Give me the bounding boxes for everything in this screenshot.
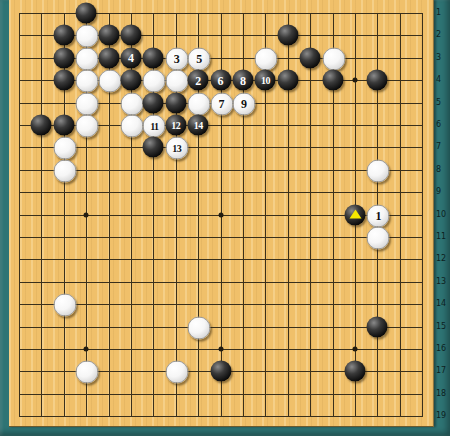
black-stone bbox=[98, 25, 119, 46]
black-stone bbox=[210, 361, 231, 382]
black-stone bbox=[165, 92, 186, 113]
white-stone bbox=[76, 70, 99, 93]
white-stone bbox=[53, 159, 76, 182]
move-number-label: 10 bbox=[261, 75, 270, 85]
row-coordinate-label: 16 bbox=[436, 345, 450, 353]
black-stone bbox=[121, 25, 142, 46]
black-stone bbox=[143, 92, 164, 113]
white-stone bbox=[76, 361, 99, 384]
black-stone bbox=[300, 47, 321, 68]
white-stone bbox=[367, 227, 390, 250]
black-stone bbox=[143, 47, 164, 68]
black-stone bbox=[53, 70, 74, 91]
black-stone: 12 bbox=[165, 115, 186, 136]
move-number-label: 14 bbox=[194, 120, 203, 130]
black-stone bbox=[143, 137, 164, 158]
white-stone bbox=[255, 47, 278, 70]
white-stone bbox=[367, 159, 390, 182]
black-stone bbox=[98, 47, 119, 68]
white-stone bbox=[188, 316, 211, 339]
white-stone: 5 bbox=[188, 47, 211, 70]
black-stone: 10 bbox=[255, 70, 276, 91]
black-stone bbox=[277, 70, 298, 91]
row-coordinate-label: 14 bbox=[436, 300, 450, 308]
move-number-label: 7 bbox=[219, 98, 225, 110]
black-stone bbox=[345, 361, 366, 382]
row-coordinates: 12345678910111213141516171819 bbox=[436, 0, 450, 426]
black-stone bbox=[367, 316, 388, 337]
white-stone bbox=[76, 92, 99, 115]
star-point bbox=[353, 78, 358, 83]
white-stone bbox=[165, 70, 188, 93]
white-stone: 1 bbox=[367, 204, 390, 227]
white-stone bbox=[76, 47, 99, 70]
white-stone: 13 bbox=[165, 137, 188, 160]
row-coordinate-label: 3 bbox=[436, 54, 450, 62]
black-stone: 8 bbox=[233, 70, 254, 91]
white-stone bbox=[121, 115, 144, 138]
row-coordinate-label: 2 bbox=[436, 31, 450, 39]
row-coordinate-label: 1 bbox=[436, 9, 450, 17]
black-stone: 14 bbox=[188, 115, 209, 136]
white-stone bbox=[98, 70, 121, 93]
star-point bbox=[218, 212, 223, 217]
black-stone bbox=[121, 70, 142, 91]
move-number-label: 3 bbox=[174, 53, 180, 65]
move-number-label: 12 bbox=[171, 120, 180, 130]
white-stone bbox=[121, 92, 144, 115]
black-stone bbox=[76, 3, 97, 24]
goban[interactable]: 4352681079111214131 bbox=[9, 0, 434, 427]
move-number-label: 13 bbox=[172, 143, 181, 153]
star-point bbox=[84, 212, 89, 217]
white-stone bbox=[165, 361, 188, 384]
row-coordinate-label: 8 bbox=[436, 166, 450, 174]
white-stone: 3 bbox=[165, 47, 188, 70]
row-coordinate-label: 4 bbox=[436, 76, 450, 84]
star-point bbox=[84, 347, 89, 352]
white-stone: 11 bbox=[143, 115, 166, 138]
white-stone bbox=[53, 137, 76, 160]
row-coordinate-label: 17 bbox=[436, 367, 450, 375]
black-stone: 4 bbox=[121, 47, 142, 68]
row-coordinate-label: 6 bbox=[436, 121, 450, 129]
move-number-label: 6 bbox=[218, 74, 224, 86]
black-stone bbox=[53, 115, 74, 136]
row-coordinate-label: 13 bbox=[436, 278, 450, 286]
row-coordinate-label: 7 bbox=[436, 143, 450, 151]
row-coordinate-label: 15 bbox=[436, 323, 450, 331]
move-number-label: 8 bbox=[240, 74, 246, 86]
black-stone bbox=[31, 115, 52, 136]
triangle-marker-icon bbox=[349, 210, 361, 219]
row-coordinate-label: 12 bbox=[436, 255, 450, 263]
black-stone bbox=[345, 204, 366, 225]
white-stone: 9 bbox=[233, 92, 256, 115]
white-stone bbox=[53, 294, 76, 317]
white-stone bbox=[143, 70, 166, 93]
move-number-label: 4 bbox=[128, 52, 134, 64]
black-stone bbox=[277, 25, 298, 46]
black-stone bbox=[367, 70, 388, 91]
row-coordinate-label: 11 bbox=[436, 233, 450, 241]
white-stone: 7 bbox=[210, 92, 233, 115]
star-point bbox=[218, 347, 223, 352]
white-stone bbox=[188, 92, 211, 115]
move-number-label: 11 bbox=[150, 121, 158, 131]
white-stone bbox=[76, 25, 99, 48]
row-coordinate-label: 5 bbox=[436, 99, 450, 107]
row-coordinate-label: 18 bbox=[436, 390, 450, 398]
row-coordinate-label: 9 bbox=[436, 188, 450, 196]
move-number-label: 5 bbox=[196, 53, 202, 65]
black-stone: 2 bbox=[188, 70, 209, 91]
black-stone bbox=[53, 47, 74, 68]
row-coordinate-label: 10 bbox=[436, 211, 450, 219]
white-stone bbox=[76, 115, 99, 138]
move-number-label: 2 bbox=[195, 74, 201, 86]
black-stone: 6 bbox=[210, 70, 231, 91]
move-number-label: 1 bbox=[375, 210, 381, 222]
star-point bbox=[353, 347, 358, 352]
move-number-label: 9 bbox=[241, 98, 247, 110]
row-coordinate-label: 19 bbox=[436, 412, 450, 420]
white-stone bbox=[322, 47, 345, 70]
black-stone bbox=[53, 25, 74, 46]
black-stone bbox=[322, 70, 343, 91]
goban-frame: 4352681079111214131 12345678910111213141… bbox=[0, 0, 450, 436]
